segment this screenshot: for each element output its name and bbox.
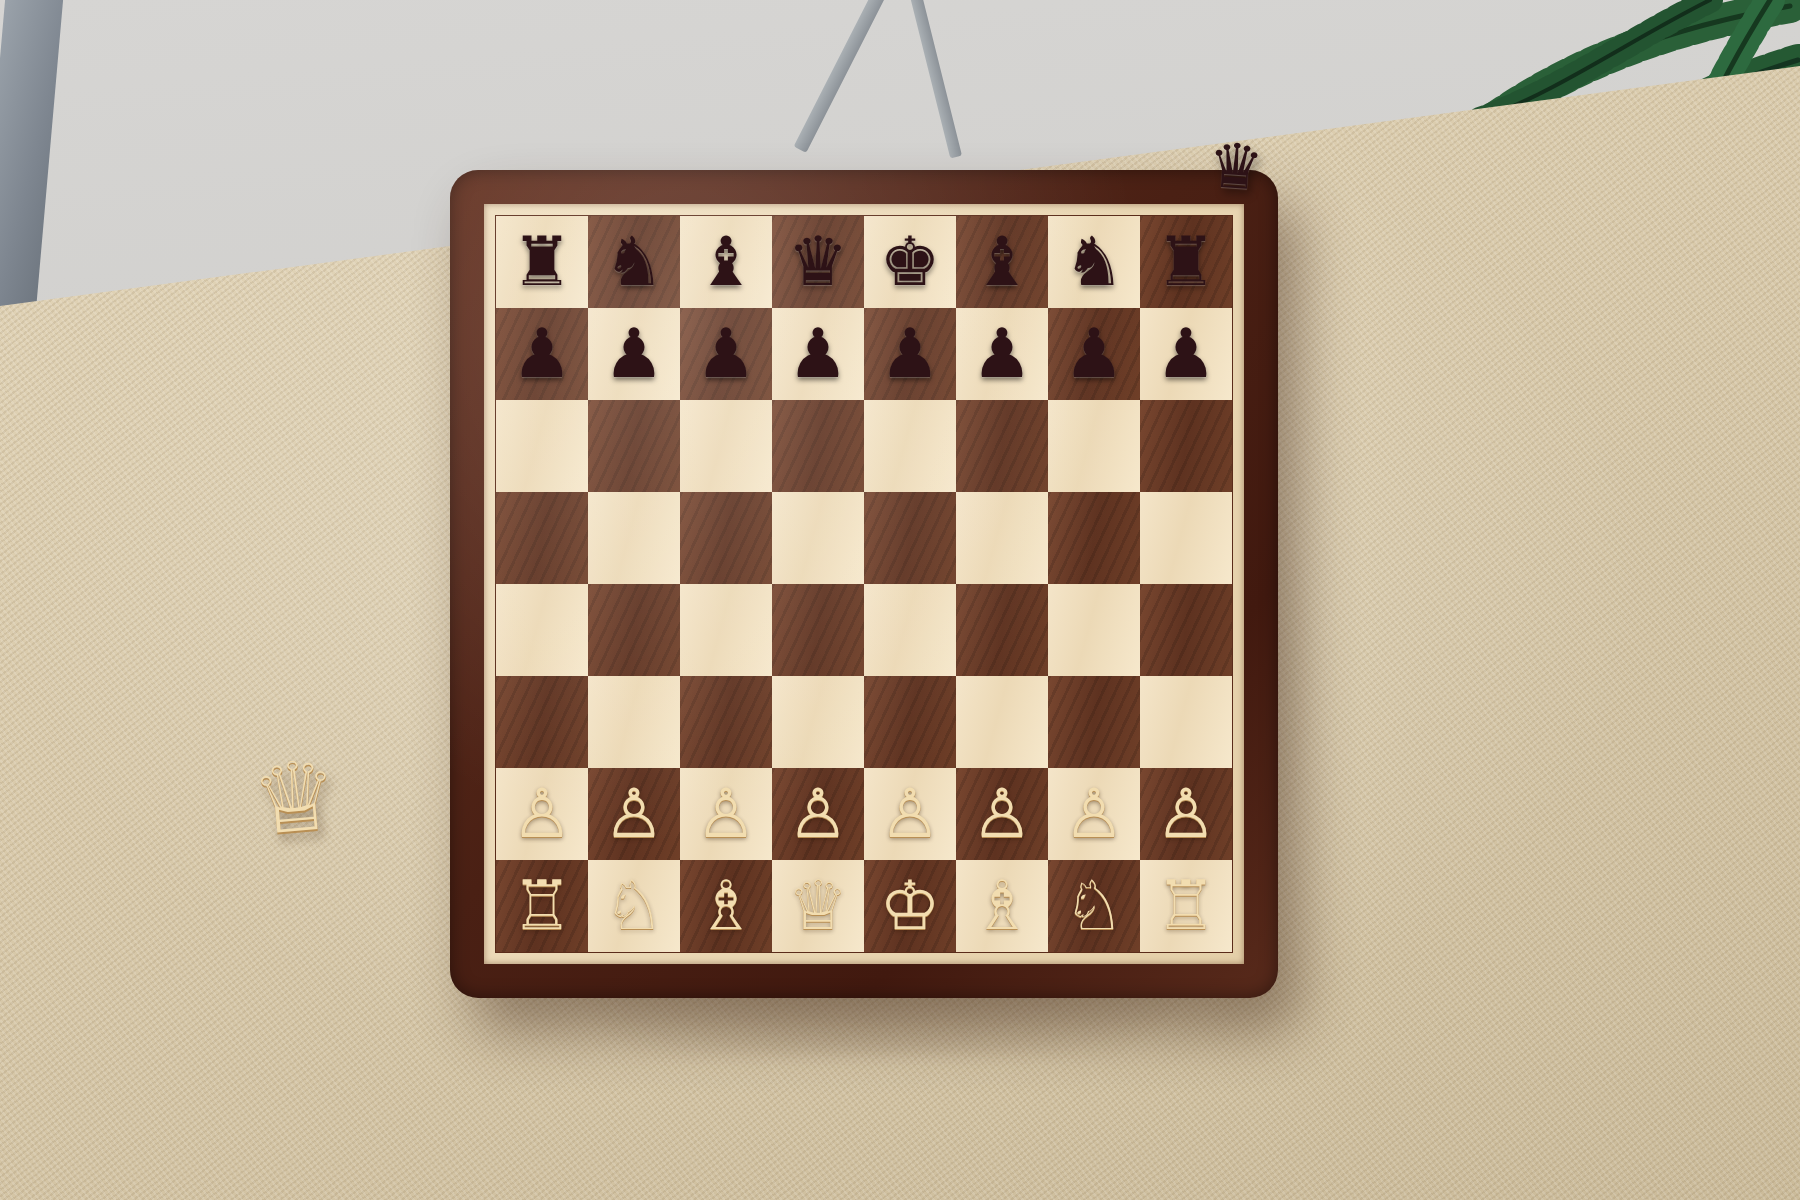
square-d3[interactable]: [772, 676, 864, 768]
piece-black-queen[interactable]: ♛: [772, 216, 864, 308]
square-d4[interactable]: [772, 584, 864, 676]
square-a1[interactable]: ♖: [496, 860, 588, 952]
square-b4[interactable]: [588, 584, 680, 676]
square-h3[interactable]: [1140, 676, 1232, 768]
piece-white-king[interactable]: ♔: [864, 860, 956, 952]
square-g8[interactable]: ♞: [1048, 216, 1140, 308]
square-f2[interactable]: ♙: [956, 768, 1048, 860]
square-c2[interactable]: ♙: [680, 768, 772, 860]
square-h1[interactable]: ♖: [1140, 860, 1232, 952]
square-g4[interactable]: [1048, 584, 1140, 676]
square-h4[interactable]: [1140, 584, 1232, 676]
square-e3[interactable]: [864, 676, 956, 768]
piece-white-bishop[interactable]: ♗: [680, 860, 772, 952]
piece-black-knight[interactable]: ♞: [1048, 216, 1140, 308]
spare-black-queen[interactable]: ♛: [1206, 128, 1267, 205]
square-g6[interactable]: [1048, 400, 1140, 492]
piece-black-pawn[interactable]: ♟: [772, 308, 864, 400]
square-f8[interactable]: ♝: [956, 216, 1048, 308]
piece-white-knight[interactable]: ♘: [588, 860, 680, 952]
piece-white-pawn[interactable]: ♙: [772, 768, 864, 860]
square-f5[interactable]: [956, 492, 1048, 584]
square-c1[interactable]: ♗: [680, 860, 772, 952]
piece-black-pawn[interactable]: ♟: [956, 308, 1048, 400]
square-b7[interactable]: ♟: [588, 308, 680, 400]
piece-white-queen[interactable]: ♕: [772, 860, 864, 952]
piece-black-bishop[interactable]: ♝: [956, 216, 1048, 308]
square-c5[interactable]: [680, 492, 772, 584]
square-e6[interactable]: [864, 400, 956, 492]
square-g3[interactable]: [1048, 676, 1140, 768]
square-d2[interactable]: ♙: [772, 768, 864, 860]
square-e8[interactable]: ♚: [864, 216, 956, 308]
square-b2[interactable]: ♙: [588, 768, 680, 860]
square-e2[interactable]: ♙: [864, 768, 956, 860]
board-field: ♜♞♝♛♚♝♞♜♟♟♟♟♟♟♟♟♙♙♙♙♙♙♙♙♖♘♗♕♔♗♘♖: [496, 216, 1232, 952]
square-c6[interactable]: [680, 400, 772, 492]
square-b6[interactable]: [588, 400, 680, 492]
piece-black-pawn[interactable]: ♟: [864, 308, 956, 400]
piece-white-bishop[interactable]: ♗: [956, 860, 1048, 952]
square-g1[interactable]: ♘: [1048, 860, 1140, 952]
piece-black-bishop[interactable]: ♝: [680, 216, 772, 308]
square-a8[interactable]: ♜: [496, 216, 588, 308]
square-h2[interactable]: ♙: [1140, 768, 1232, 860]
square-f7[interactable]: ♟: [956, 308, 1048, 400]
square-b1[interactable]: ♘: [588, 860, 680, 952]
piece-black-pawn[interactable]: ♟: [1048, 308, 1140, 400]
piece-white-rook[interactable]: ♖: [496, 860, 588, 952]
square-e5[interactable]: [864, 492, 956, 584]
spare-white-queen[interactable]: ♕: [247, 738, 342, 857]
chessboard: ♜♞♝♛♚♝♞♜♟♟♟♟♟♟♟♟♙♙♙♙♙♙♙♙♖♘♗♕♔♗♘♖: [450, 170, 1278, 998]
board-border-strip: ♜♞♝♛♚♝♞♜♟♟♟♟♟♟♟♟♙♙♙♙♙♙♙♙♖♘♗♕♔♗♘♖: [484, 204, 1244, 964]
square-b8[interactable]: ♞: [588, 216, 680, 308]
square-g5[interactable]: [1048, 492, 1140, 584]
piece-white-pawn[interactable]: ♙: [956, 768, 1048, 860]
square-f6[interactable]: [956, 400, 1048, 492]
piece-black-pawn[interactable]: ♟: [680, 308, 772, 400]
square-c7[interactable]: ♟: [680, 308, 772, 400]
square-a2[interactable]: ♙: [496, 768, 588, 860]
piece-black-pawn[interactable]: ♟: [1140, 308, 1232, 400]
square-c4[interactable]: [680, 584, 772, 676]
square-f1[interactable]: ♗: [956, 860, 1048, 952]
square-e1[interactable]: ♔: [864, 860, 956, 952]
piece-black-king[interactable]: ♚: [864, 216, 956, 308]
piece-white-rook[interactable]: ♖: [1140, 860, 1232, 952]
square-a5[interactable]: [496, 492, 588, 584]
square-d5[interactable]: [772, 492, 864, 584]
square-f3[interactable]: [956, 676, 1048, 768]
square-e7[interactable]: ♟: [864, 308, 956, 400]
square-h8[interactable]: ♜: [1140, 216, 1232, 308]
square-h7[interactable]: ♟: [1140, 308, 1232, 400]
square-d6[interactable]: [772, 400, 864, 492]
square-d8[interactable]: ♛: [772, 216, 864, 308]
square-a7[interactable]: ♟: [496, 308, 588, 400]
square-g7[interactable]: ♟: [1048, 308, 1140, 400]
square-h5[interactable]: [1140, 492, 1232, 584]
square-g2[interactable]: ♙: [1048, 768, 1140, 860]
piece-white-pawn[interactable]: ♙: [1140, 768, 1232, 860]
piece-white-pawn[interactable]: ♙: [864, 768, 956, 860]
square-b3[interactable]: [588, 676, 680, 768]
piece-white-knight[interactable]: ♘: [1048, 860, 1140, 952]
piece-white-pawn[interactable]: ♙: [680, 768, 772, 860]
piece-white-pawn[interactable]: ♙: [1048, 768, 1140, 860]
piece-white-pawn[interactable]: ♙: [588, 768, 680, 860]
photo-scene: ♜♞♝♛♚♝♞♜♟♟♟♟♟♟♟♟♙♙♙♙♙♙♙♙♖♘♗♕♔♗♘♖ ♕ ♛: [0, 0, 1800, 1200]
square-c3[interactable]: [680, 676, 772, 768]
square-a4[interactable]: [496, 584, 588, 676]
square-c8[interactable]: ♝: [680, 216, 772, 308]
square-a6[interactable]: [496, 400, 588, 492]
square-e4[interactable]: [864, 584, 956, 676]
piece-white-pawn[interactable]: ♙: [496, 768, 588, 860]
piece-black-rook[interactable]: ♜: [1140, 216, 1232, 308]
square-f4[interactable]: [956, 584, 1048, 676]
piece-black-rook[interactable]: ♜: [496, 216, 588, 308]
piece-black-pawn[interactable]: ♟: [496, 308, 588, 400]
piece-black-pawn[interactable]: ♟: [588, 308, 680, 400]
piece-black-knight[interactable]: ♞: [588, 216, 680, 308]
square-d1[interactable]: ♕: [772, 860, 864, 952]
square-d7[interactable]: ♟: [772, 308, 864, 400]
square-h6[interactable]: [1140, 400, 1232, 492]
square-b5[interactable]: [588, 492, 680, 584]
square-a3[interactable]: [496, 676, 588, 768]
